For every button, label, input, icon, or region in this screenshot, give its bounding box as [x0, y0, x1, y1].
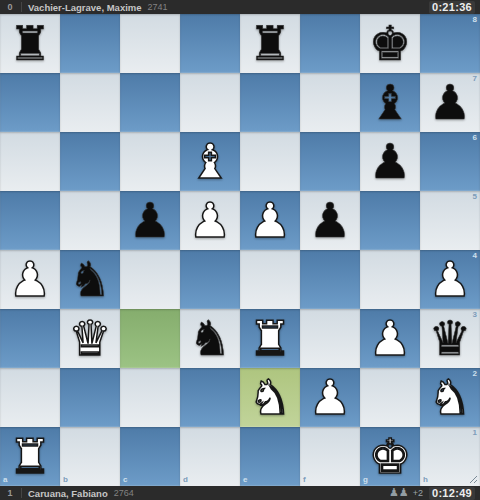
- square-d7[interactable]: [180, 73, 240, 132]
- square-c5[interactable]: ♟: [120, 191, 180, 250]
- piece-black-pawn[interactable]: ♟: [420, 73, 480, 132]
- square-c7[interactable]: [120, 73, 180, 132]
- piece-white-knight[interactable]: ♞: [420, 368, 480, 427]
- square-d1[interactable]: d: [180, 427, 240, 486]
- square-d3[interactable]: ♞: [180, 309, 240, 368]
- bottom-player-bar: 1 Caruana, Fabiano 2764 ♟♟ +2 0:12:49: [0, 486, 480, 500]
- square-g7[interactable]: ♝: [360, 73, 420, 132]
- material-advantage: +2: [413, 488, 423, 498]
- square-h7[interactable]: ♟7: [420, 73, 480, 132]
- square-f8[interactable]: [300, 14, 360, 73]
- rank-label-3: 3: [473, 311, 477, 319]
- top-player-bar: 0 Vachier-Lagrave, Maxime 2741 0:21:36: [0, 0, 480, 14]
- file-label-h: h: [423, 476, 428, 484]
- piece-black-pawn[interactable]: ♟: [120, 191, 180, 250]
- piece-black-knight[interactable]: ♞: [60, 250, 120, 309]
- square-c1[interactable]: c: [120, 427, 180, 486]
- square-c6[interactable]: [120, 132, 180, 191]
- square-f6[interactable]: [300, 132, 360, 191]
- square-e4[interactable]: [240, 250, 300, 309]
- file-label-e: e: [243, 476, 247, 484]
- square-e5[interactable]: ♟: [240, 191, 300, 250]
- file-label-b: b: [63, 476, 68, 484]
- piece-white-rook[interactable]: ♜: [240, 309, 300, 368]
- square-g6[interactable]: ♟: [360, 132, 420, 191]
- rank-label-1: 1: [473, 429, 477, 437]
- square-a4[interactable]: ♟: [0, 250, 60, 309]
- file-label-g: g: [363, 476, 368, 484]
- square-h3[interactable]: ♛3: [420, 309, 480, 368]
- square-a8[interactable]: ♜: [0, 14, 60, 73]
- square-f2[interactable]: ♟: [300, 368, 360, 427]
- bottom-bar-divider: [21, 488, 22, 498]
- square-e2[interactable]: ♞: [240, 368, 300, 427]
- square-f4[interactable]: [300, 250, 360, 309]
- file-label-f: f: [303, 476, 306, 484]
- top-bar-divider: [21, 2, 22, 12]
- rank-label-8: 8: [473, 16, 477, 24]
- piece-white-pawn[interactable]: ♟: [240, 191, 300, 250]
- square-f7[interactable]: [300, 73, 360, 132]
- square-d2[interactable]: [180, 368, 240, 427]
- piece-white-pawn[interactable]: ♟: [180, 191, 240, 250]
- piece-black-rook[interactable]: ♜: [0, 14, 60, 73]
- square-a7[interactable]: [0, 73, 60, 132]
- piece-white-king[interactable]: ♚: [360, 427, 420, 486]
- piece-black-queen[interactable]: ♛: [420, 309, 480, 368]
- top-player-score: 0: [5, 2, 15, 12]
- piece-white-bishop[interactable]: ♝: [180, 132, 240, 191]
- rank-label-7: 7: [473, 75, 477, 83]
- square-h4[interactable]: ♟4: [420, 250, 480, 309]
- square-b6[interactable]: [60, 132, 120, 191]
- square-f5[interactable]: ♟: [300, 191, 360, 250]
- square-b7[interactable]: [60, 73, 120, 132]
- square-a1[interactable]: ♜a: [0, 427, 60, 486]
- square-b5[interactable]: [60, 191, 120, 250]
- top-player-rating: 2741: [148, 2, 168, 12]
- square-c2[interactable]: [120, 368, 180, 427]
- file-label-d: d: [183, 476, 188, 484]
- square-d5[interactable]: ♟: [180, 191, 240, 250]
- piece-white-pawn[interactable]: ♟: [300, 368, 360, 427]
- square-e3[interactable]: ♜: [240, 309, 300, 368]
- square-b3[interactable]: ♛: [60, 309, 120, 368]
- square-f1[interactable]: f: [300, 427, 360, 486]
- resize-handle-icon[interactable]: [469, 475, 478, 484]
- square-b1[interactable]: b: [60, 427, 120, 486]
- square-b2[interactable]: [60, 368, 120, 427]
- square-g3[interactable]: ♟: [360, 309, 420, 368]
- square-g4[interactable]: [360, 250, 420, 309]
- rank-label-2: 2: [473, 370, 477, 378]
- square-h5[interactable]: 5: [420, 191, 480, 250]
- square-g2[interactable]: [360, 368, 420, 427]
- chess-board: ♜♜♚8♝♟7♝♟6♟♟♟♟5♟♞♟4♛♞♜♟♛3♞♟♞2♜abcdef♚gh1: [0, 14, 480, 486]
- square-e8[interactable]: ♜: [240, 14, 300, 73]
- square-e1[interactable]: e: [240, 427, 300, 486]
- captured-pawns-icon: ♟♟: [389, 486, 409, 500]
- square-f3[interactable]: [300, 309, 360, 368]
- square-b8[interactable]: [60, 14, 120, 73]
- piece-white-knight[interactable]: ♞: [240, 368, 300, 427]
- white-clock: 0:12:49: [429, 487, 475, 500]
- piece-black-king[interactable]: ♚: [360, 14, 420, 73]
- top-player-name[interactable]: Vachier-Lagrave, Maxime: [28, 2, 142, 13]
- square-h8[interactable]: 8: [420, 14, 480, 73]
- square-g5[interactable]: [360, 191, 420, 250]
- square-a6[interactable]: [0, 132, 60, 191]
- square-a5[interactable]: [0, 191, 60, 250]
- square-a3[interactable]: [0, 309, 60, 368]
- square-a2[interactable]: [0, 368, 60, 427]
- bottom-player-rating: 2764: [114, 488, 134, 498]
- square-d6[interactable]: ♝: [180, 132, 240, 191]
- square-c3[interactable]: [120, 309, 180, 368]
- lichess-tv-window: 0 Vachier-Lagrave, Maxime 2741 0:21:36 ♜…: [0, 0, 480, 500]
- square-e7[interactable]: [240, 73, 300, 132]
- square-e6[interactable]: [240, 132, 300, 191]
- square-c8[interactable]: [120, 14, 180, 73]
- square-c4[interactable]: [120, 250, 180, 309]
- square-h6[interactable]: 6: [420, 132, 480, 191]
- square-h2[interactable]: ♞2: [420, 368, 480, 427]
- bottom-player-score: 1: [5, 488, 15, 498]
- rank-label-5: 5: [473, 193, 477, 201]
- piece-white-queen[interactable]: ♛: [60, 309, 120, 368]
- piece-black-pawn[interactable]: ♟: [300, 191, 360, 250]
- piece-black-pawn[interactable]: ♟: [360, 132, 420, 191]
- square-d8[interactable]: [180, 14, 240, 73]
- piece-white-pawn[interactable]: ♟: [360, 309, 420, 368]
- piece-white-pawn[interactable]: ♟: [0, 250, 60, 309]
- file-label-a: a: [3, 476, 7, 484]
- piece-white-pawn[interactable]: ♟: [420, 250, 480, 309]
- piece-white-rook[interactable]: ♜: [0, 427, 60, 486]
- rank-label-6: 6: [473, 134, 477, 142]
- bottom-player-name[interactable]: Caruana, Fabiano: [28, 488, 108, 499]
- rank-label-4: 4: [473, 252, 477, 260]
- piece-black-knight[interactable]: ♞: [180, 309, 240, 368]
- square-b4[interactable]: ♞: [60, 250, 120, 309]
- piece-black-bishop[interactable]: ♝: [360, 73, 420, 132]
- square-d4[interactable]: [180, 250, 240, 309]
- piece-black-rook[interactable]: ♜: [240, 14, 300, 73]
- black-clock: 0:21:36: [429, 1, 475, 14]
- square-g1[interactable]: ♚g: [360, 427, 420, 486]
- file-label-c: c: [123, 476, 127, 484]
- square-g8[interactable]: ♚: [360, 14, 420, 73]
